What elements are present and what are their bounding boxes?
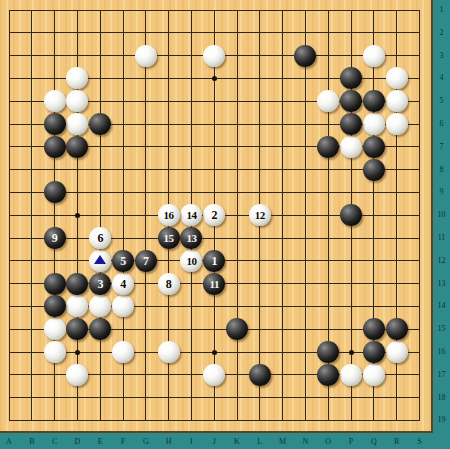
star-point xyxy=(349,350,354,355)
move-number: 4 xyxy=(120,273,126,295)
column-label-L: L xyxy=(252,434,268,449)
stone-white-J10[interactable]: 2 xyxy=(203,204,225,226)
move-number: 10 xyxy=(186,250,196,272)
row-label-6: 6 xyxy=(433,119,450,129)
stone-white-R16[interactable] xyxy=(386,341,408,363)
column-label-E: E xyxy=(92,434,108,449)
row-label-4: 4 xyxy=(433,73,450,83)
grid-line-horizontal xyxy=(9,397,420,398)
column-label-A: A xyxy=(1,434,17,449)
stone-white-Q6[interactable] xyxy=(363,113,385,135)
stone-black-J13[interactable]: 11 xyxy=(203,273,225,295)
stone-black-Q8[interactable] xyxy=(363,159,385,181)
stone-black-P4[interactable] xyxy=(340,67,362,89)
row-label-9: 9 xyxy=(433,187,450,197)
stone-black-C11[interactable]: 9 xyxy=(44,227,66,249)
row-label-7: 7 xyxy=(433,142,450,152)
grid-line-vertical xyxy=(9,10,10,421)
column-label-O: O xyxy=(320,434,336,449)
stone-black-C6[interactable] xyxy=(44,113,66,135)
stone-black-D15[interactable] xyxy=(66,318,88,340)
stone-white-J17[interactable] xyxy=(203,364,225,386)
row-label-5: 5 xyxy=(433,96,450,106)
grid-line-vertical xyxy=(100,10,101,421)
grid-line-horizontal xyxy=(9,192,420,193)
column-label-S: S xyxy=(411,434,427,449)
grid-line-vertical xyxy=(31,10,32,421)
stone-white-D17[interactable] xyxy=(66,364,88,386)
row-label-19: 19 xyxy=(433,415,450,425)
column-label-N: N xyxy=(297,434,313,449)
stone-white-R5[interactable] xyxy=(386,90,408,112)
column-label-H: H xyxy=(161,434,177,449)
stone-black-J12[interactable]: 1 xyxy=(203,250,225,272)
stone-white-D6[interactable] xyxy=(66,113,88,135)
stone-white-R4[interactable] xyxy=(386,67,408,89)
grid-line-vertical xyxy=(282,10,283,421)
column-label-P: P xyxy=(343,434,359,449)
column-label-F: F xyxy=(115,434,131,449)
stone-white-J3[interactable] xyxy=(203,45,225,67)
stone-white-H13[interactable]: 8 xyxy=(158,273,180,295)
stone-white-D5[interactable] xyxy=(66,90,88,112)
stone-white-P7[interactable] xyxy=(340,136,362,158)
column-label-I: I xyxy=(183,434,199,449)
stone-white-R6[interactable] xyxy=(386,113,408,135)
stone-black-R15[interactable] xyxy=(386,318,408,340)
move-number: 1 xyxy=(211,250,217,272)
stone-white-P17[interactable] xyxy=(340,364,362,386)
stone-white-Q17[interactable] xyxy=(363,364,385,386)
column-label-R: R xyxy=(389,434,405,449)
star-point xyxy=(212,76,217,81)
column-label-J: J xyxy=(206,434,222,449)
stone-black-C7[interactable] xyxy=(44,136,66,158)
go-app-window: 12345678910111213141516 ABCDEFGHIJKLMNOP… xyxy=(0,0,450,449)
stone-white-O5[interactable] xyxy=(317,90,339,112)
stone-black-O17[interactable] xyxy=(317,364,339,386)
stone-black-Q5[interactable] xyxy=(363,90,385,112)
row-label-8: 8 xyxy=(433,165,450,175)
row-label-18: 18 xyxy=(433,393,450,403)
column-label-K: K xyxy=(229,434,245,449)
stone-white-L10[interactable]: 12 xyxy=(249,204,271,226)
row-label-11: 11 xyxy=(433,233,450,243)
stone-black-E6[interactable] xyxy=(89,113,111,135)
row-label-14: 14 xyxy=(433,301,450,311)
stone-white-E11[interactable]: 6 xyxy=(89,227,111,249)
stone-black-K15[interactable] xyxy=(226,318,248,340)
grid-line-horizontal xyxy=(9,420,420,421)
stone-black-D7[interactable] xyxy=(66,136,88,158)
move-number: 7 xyxy=(143,250,149,272)
stone-white-G3[interactable] xyxy=(135,45,157,67)
move-number: 16 xyxy=(164,204,174,226)
move-number: 11 xyxy=(209,273,218,295)
stone-black-N3[interactable] xyxy=(294,45,316,67)
column-label-C: C xyxy=(47,434,63,449)
move-number: 14 xyxy=(186,204,196,226)
grid-line-vertical xyxy=(419,10,420,421)
move-number: 13 xyxy=(186,227,196,249)
stone-white-C16[interactable] xyxy=(44,341,66,363)
stone-black-I11[interactable]: 13 xyxy=(180,227,202,249)
row-label-12: 12 xyxy=(433,256,450,266)
stone-black-P10[interactable] xyxy=(340,204,362,226)
stone-white-F16[interactable] xyxy=(112,341,134,363)
stone-white-Q3[interactable] xyxy=(363,45,385,67)
stone-black-C14[interactable] xyxy=(44,295,66,317)
stone-white-I10[interactable]: 14 xyxy=(180,204,202,226)
move-number: 8 xyxy=(166,273,172,295)
grid-line-horizontal xyxy=(9,169,420,170)
row-label-1: 1 xyxy=(433,5,450,15)
star-point xyxy=(75,213,80,218)
star-point xyxy=(212,350,217,355)
column-label-M: M xyxy=(275,434,291,449)
stone-black-E15[interactable] xyxy=(89,318,111,340)
move-number: 2 xyxy=(211,204,217,226)
stone-black-O16[interactable] xyxy=(317,341,339,363)
stone-black-D13[interactable] xyxy=(66,273,88,295)
star-point xyxy=(75,350,80,355)
row-label-3: 3 xyxy=(433,51,450,61)
grid-line-vertical xyxy=(145,10,146,421)
stone-white-H16[interactable] xyxy=(158,341,180,363)
stone-white-F13[interactable]: 4 xyxy=(112,273,134,295)
goban[interactable]: 12345678910111213141516 xyxy=(0,0,433,433)
stone-black-G12[interactable]: 7 xyxy=(135,250,157,272)
stone-white-C15[interactable] xyxy=(44,318,66,340)
stone-white-D4[interactable] xyxy=(66,67,88,89)
row-label-10: 10 xyxy=(433,210,450,220)
stone-black-O7[interactable] xyxy=(317,136,339,158)
stone-black-Q7[interactable] xyxy=(363,136,385,158)
move-number: 9 xyxy=(52,227,58,249)
stone-black-E13[interactable]: 3 xyxy=(89,273,111,295)
stone-black-F12[interactable]: 5 xyxy=(112,250,134,272)
move-number: 6 xyxy=(97,227,103,249)
stone-black-Q15[interactable] xyxy=(363,318,385,340)
stone-black-L17[interactable] xyxy=(249,364,271,386)
move-number: 12 xyxy=(255,204,265,226)
row-label-2: 2 xyxy=(433,28,450,38)
move-number: 5 xyxy=(120,250,126,272)
grid-line-vertical xyxy=(305,10,306,421)
row-label-15: 15 xyxy=(433,324,450,334)
move-number: 15 xyxy=(164,227,174,249)
column-label-B: B xyxy=(24,434,40,449)
column-label-D: D xyxy=(69,434,85,449)
stone-white-I12[interactable]: 10 xyxy=(180,250,202,272)
row-label-16: 16 xyxy=(433,347,450,357)
stone-black-C13[interactable] xyxy=(44,273,66,295)
grid-line-horizontal xyxy=(9,10,420,11)
stone-black-H11[interactable]: 15 xyxy=(158,227,180,249)
column-label-G: G xyxy=(138,434,154,449)
grid-line-horizontal xyxy=(9,32,420,33)
stone-black-C9[interactable] xyxy=(44,181,66,203)
move-number: 3 xyxy=(97,273,103,295)
row-label-13: 13 xyxy=(433,279,450,289)
stone-black-Q16[interactable] xyxy=(363,341,385,363)
stone-black-P5[interactable] xyxy=(340,90,362,112)
triangle-marker-icon xyxy=(94,255,106,264)
row-label-17: 17 xyxy=(433,370,450,380)
column-label-Q: Q xyxy=(366,434,382,449)
stone-white-D14[interactable] xyxy=(66,295,88,317)
stone-white-E12[interactable] xyxy=(89,250,111,272)
grid-line-vertical xyxy=(237,10,238,421)
stone-white-H10[interactable]: 16 xyxy=(158,204,180,226)
stone-white-E14[interactable] xyxy=(89,295,111,317)
grid-line-horizontal xyxy=(9,238,420,239)
stone-white-F14[interactable] xyxy=(112,295,134,317)
stone-white-C5[interactable] xyxy=(44,90,66,112)
stone-black-P6[interactable] xyxy=(340,113,362,135)
